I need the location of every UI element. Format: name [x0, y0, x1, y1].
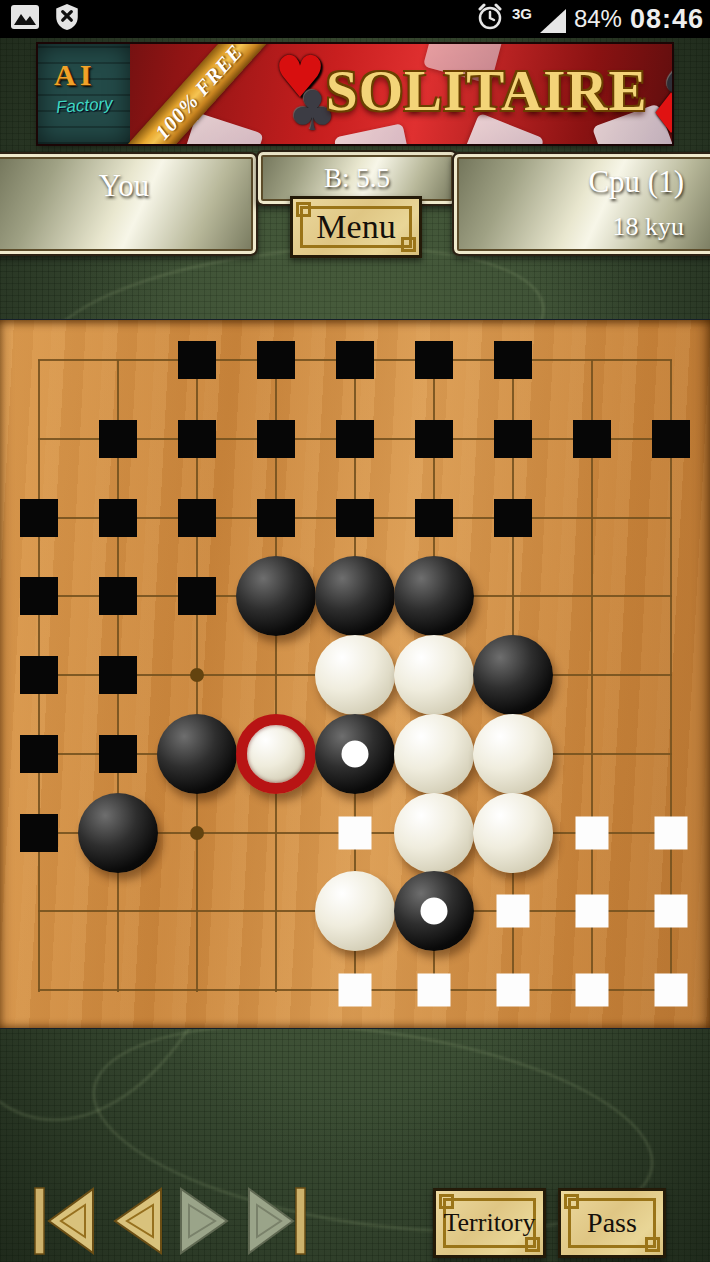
player-plaque-you: You — [0, 152, 258, 256]
score-label: B: 5.5 — [324, 163, 390, 194]
black-territory-marker[interactable] — [178, 420, 216, 458]
dead-black-stone[interactable] — [315, 714, 395, 794]
black-stone[interactable] — [157, 714, 237, 794]
black-stone[interactable] — [394, 556, 474, 636]
black-territory-marker[interactable] — [494, 499, 532, 537]
black-territory-marker[interactable] — [178, 341, 216, 379]
white-territory-marker[interactable] — [576, 895, 609, 928]
black-territory-marker[interactable] — [336, 341, 374, 379]
black-territory-marker[interactable] — [257, 499, 295, 537]
territory-button[interactable]: Territory — [433, 1188, 546, 1258]
ai-factory-logo-line1: AI — [54, 58, 95, 92]
network-type-label: 3G — [512, 5, 532, 22]
black-territory-marker[interactable] — [99, 656, 137, 694]
white-stone[interactable] — [394, 714, 474, 794]
menu-button[interactable]: Menu — [290, 196, 422, 258]
black-territory-marker[interactable] — [99, 735, 137, 773]
white-territory-marker[interactable] — [339, 974, 372, 1007]
player-plaque-cpu: Cpu (1) 18 kyu — [452, 152, 710, 256]
player-you-label: You — [99, 168, 149, 204]
pass-button-label: Pass — [587, 1207, 637, 1239]
gallery-icon — [10, 4, 40, 34]
signal-strength-icon — [540, 9, 566, 33]
skip-to-end-button[interactable] — [243, 1182, 309, 1260]
step-back-button[interactable] — [103, 1182, 169, 1260]
black-territory-marker[interactable] — [257, 420, 295, 458]
white-stone-last-move[interactable] — [236, 714, 316, 794]
white-stone[interactable] — [473, 714, 553, 794]
black-stone[interactable] — [315, 556, 395, 636]
black-territory-marker[interactable] — [415, 499, 453, 537]
black-territory-marker[interactable] — [20, 814, 58, 852]
black-stone[interactable] — [473, 635, 553, 715]
white-territory-marker[interactable] — [497, 895, 530, 928]
player-cpu-label: Cpu (1) — [588, 164, 684, 200]
white-territory-marker[interactable] — [655, 816, 688, 849]
hoshi-point — [190, 668, 204, 682]
black-territory-marker[interactable] — [99, 577, 137, 615]
black-territory-marker[interactable] — [178, 499, 216, 537]
black-territory-marker[interactable] — [415, 420, 453, 458]
white-territory-marker[interactable] — [576, 816, 609, 849]
pass-button[interactable]: Pass — [558, 1188, 666, 1258]
hoshi-point — [190, 826, 204, 840]
white-territory-marker[interactable] — [339, 816, 372, 849]
clock-time: 08:46 — [630, 4, 704, 35]
solitaire-title: SOLITAIRE — [326, 58, 648, 123]
black-territory-marker[interactable] — [573, 420, 611, 458]
step-forward-button[interactable] — [173, 1182, 239, 1260]
dead-stone-dot — [342, 740, 369, 767]
screen: 3G 84% 08:46 AI Factory 100% FREE ♥ ♣ SO… — [0, 0, 710, 1262]
skip-to-start-button[interactable] — [33, 1182, 99, 1260]
alarm-icon — [476, 3, 504, 35]
ai-factory-logo: AI Factory — [38, 44, 130, 144]
black-territory-marker[interactable] — [257, 341, 295, 379]
black-stone[interactable] — [78, 793, 158, 873]
white-territory-marker[interactable] — [655, 974, 688, 1007]
diamond-suit-icon: ♦ — [646, 86, 672, 142]
black-territory-marker[interactable] — [336, 499, 374, 537]
white-stone[interactable] — [394, 635, 474, 715]
white-stone[interactable] — [315, 635, 395, 715]
go-board[interactable] — [0, 320, 710, 1028]
move-nav-bar: Territory Pass — [0, 1182, 710, 1262]
black-territory-marker[interactable] — [20, 656, 58, 694]
black-territory-marker[interactable] — [20, 577, 58, 615]
white-territory-marker[interactable] — [418, 974, 451, 1007]
black-territory-marker[interactable] — [652, 420, 690, 458]
white-stone[interactable] — [315, 871, 395, 951]
cpu-rank-label: 18 kyu — [613, 212, 685, 242]
black-stone[interactable] — [236, 556, 316, 636]
ad-banner[interactable]: AI Factory 100% FREE ♥ ♣ SOLITAIRE ♠ ♦ — [38, 44, 672, 144]
menu-button-label: Menu — [316, 208, 395, 246]
black-territory-marker[interactable] — [494, 341, 532, 379]
dead-stone-dot — [421, 898, 448, 925]
black-territory-marker[interactable] — [415, 341, 453, 379]
black-territory-marker[interactable] — [20, 735, 58, 773]
black-territory-marker[interactable] — [178, 577, 216, 615]
black-territory-marker[interactable] — [99, 420, 137, 458]
playing-card — [334, 123, 412, 144]
ai-factory-logo-line2: Factory — [55, 94, 113, 118]
white-stone[interactable] — [473, 793, 553, 873]
dead-black-stone[interactable] — [394, 871, 474, 951]
black-territory-marker[interactable] — [336, 420, 374, 458]
black-territory-marker[interactable] — [494, 420, 532, 458]
white-territory-marker[interactable] — [655, 895, 688, 928]
shield-dismiss-icon — [54, 3, 80, 35]
black-territory-marker[interactable] — [20, 499, 58, 537]
battery-percent: 84% — [574, 5, 622, 33]
black-territory-marker[interactable] — [99, 499, 137, 537]
white-stone[interactable] — [394, 793, 474, 873]
white-territory-marker[interactable] — [497, 974, 530, 1007]
white-territory-marker[interactable] — [576, 974, 609, 1007]
status-bar: 3G 84% 08:46 — [0, 0, 710, 38]
territory-button-label: Territory — [443, 1208, 535, 1238]
